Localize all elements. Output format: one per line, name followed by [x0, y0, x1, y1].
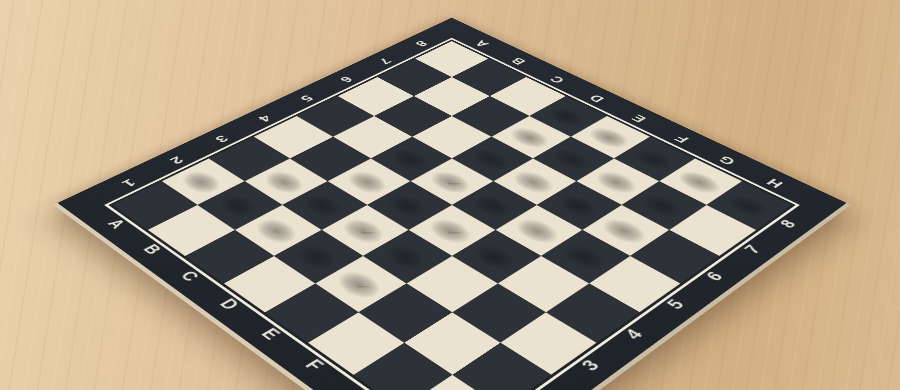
black-king-icon: ♚ — [701, 145, 791, 211]
chess-board: ABCDEFGH ABCDEFGH 87654321 87654321 ♟♜♞♛… — [53, 18, 851, 390]
white-pawn-icon: ♟ — [309, 247, 406, 290]
board-grid: ♟♜♞♛♚♟♟♝♞♟♟♟♝♜♟♟♜♟♛♟♟♟♞♝♟♟♚♝♞♜♟ — [113, 41, 792, 390]
board-border: ABCDEFGH ABCDEFGH 87654321 87654321 ♟♜♞♛… — [53, 18, 851, 390]
black-pawn-icon: ♟ — [535, 220, 630, 262]
table-surface: ABCDEFGH ABCDEFGH 87654321 87654321 ♟♜♞♛… — [0, 0, 900, 390]
black-pawn-icon: ♟ — [446, 220, 541, 262]
square-h3[interactable] — [500, 312, 596, 374]
square-f4[interactable]: ♟ — [452, 230, 541, 284]
